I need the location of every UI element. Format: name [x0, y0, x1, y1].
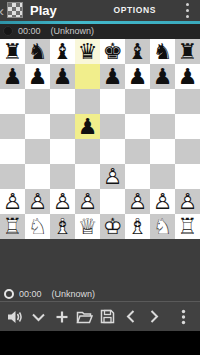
square-g5[interactable]: [150, 114, 175, 139]
piece-black-queen[interactable]: ♛: [75, 39, 100, 64]
piece-black-pawn[interactable]: ♟: [25, 64, 50, 89]
square-g4[interactable]: [150, 139, 175, 164]
chessboard-app-icon: [7, 2, 23, 18]
square-g7[interactable]: ♟: [150, 64, 175, 89]
square-b8[interactable]: ♞: [25, 39, 50, 64]
top-app-bar: ‹ Play OPTIONS: [0, 0, 200, 21]
square-e6[interactable]: [100, 89, 125, 114]
square-a8[interactable]: ♜: [0, 39, 25, 64]
piece-white-pawn[interactable]: ♟♙: [50, 189, 75, 214]
square-b7[interactable]: ♟: [25, 64, 50, 89]
app-screen: ‹ Play OPTIONS 00:00 (Unknown) ♜♞♝♛♚♝♞♜♟…: [0, 0, 200, 355]
piece-white-bishop[interactable]: ♝♗: [125, 214, 150, 239]
square-c2[interactable]: ♟♙: [50, 189, 75, 214]
menu-dots-icon: [181, 309, 186, 325]
square-a7[interactable]: ♟: [0, 64, 25, 89]
square-b1[interactable]: ♞♘: [25, 214, 50, 239]
white-player-color-icon: [4, 289, 14, 299]
piece-black-knight[interactable]: ♞: [150, 39, 175, 64]
black-player-name: (Unknown): [51, 26, 95, 36]
square-d8[interactable]: ♛: [75, 39, 100, 64]
square-h8[interactable]: ♜: [175, 39, 200, 64]
folder-open-icon: [76, 310, 93, 324]
square-c4[interactable]: [50, 139, 75, 164]
piece-black-pawn[interactable]: ♟: [150, 64, 175, 89]
sound-button[interactable]: [5, 305, 27, 329]
new-game-button[interactable]: [51, 305, 73, 329]
square-d1[interactable]: ♛♕: [75, 214, 100, 239]
white-player-bar: 00:00 (Unknown): [0, 287, 200, 301]
save-game-button[interactable]: [97, 305, 119, 329]
square-a6[interactable]: [0, 89, 25, 114]
square-c8[interactable]: ♝: [50, 39, 75, 64]
collapse-button[interactable]: [28, 305, 50, 329]
toolbar-menu-button[interactable]: [172, 305, 194, 329]
overflow-menu-icon[interactable]: [185, 3, 189, 18]
options-button[interactable]: OPTIONS: [114, 0, 156, 21]
piece-white-rook[interactable]: ♜♖: [0, 214, 25, 239]
square-h4[interactable]: [175, 139, 200, 164]
chess-board[interactable]: ♜♞♝♛♚♝♞♜♟♟♟♟♟♟♟♟♟♙♟♙♟♙♟♙♟♙♟♙♟♙♟♙♜♖♞♘♝♗♛♕…: [0, 39, 200, 239]
square-f7[interactable]: ♟: [125, 64, 150, 89]
square-h1[interactable]: ♜♖: [175, 214, 200, 239]
piece-black-knight[interactable]: ♞: [25, 39, 50, 64]
square-c1[interactable]: ♝♗: [50, 214, 75, 239]
square-d5[interactable]: ♟: [75, 114, 100, 139]
square-d7[interactable]: [75, 64, 100, 89]
black-player-bar: 00:00 (Unknown): [0, 24, 200, 40]
piece-black-pawn[interactable]: ♟: [175, 64, 200, 89]
piece-black-pawn[interactable]: ♟: [100, 64, 125, 89]
square-e7[interactable]: ♟: [100, 64, 125, 89]
square-b2[interactable]: ♟♙: [25, 189, 50, 214]
square-b5[interactable]: [25, 114, 50, 139]
square-f3[interactable]: [125, 164, 150, 189]
white-clock: 00:00: [19, 289, 42, 299]
square-e2[interactable]: [100, 189, 125, 214]
piece-black-bishop[interactable]: ♝: [50, 39, 75, 64]
square-g8[interactable]: ♞: [150, 39, 175, 64]
save-icon: [100, 309, 115, 324]
page-title: Play: [30, 0, 57, 21]
square-c7[interactable]: ♟: [50, 64, 75, 89]
square-a2[interactable]: ♟♙: [0, 189, 25, 214]
speaker-icon: [7, 309, 24, 325]
piece-white-queen[interactable]: ♛♕: [75, 214, 100, 239]
piece-black-bishop[interactable]: ♝: [125, 39, 150, 64]
piece-white-pawn[interactable]: ♟♙: [0, 189, 25, 214]
bottom-toolbar: [0, 301, 200, 331]
next-move-button[interactable]: [143, 305, 165, 329]
square-c3[interactable]: [50, 164, 75, 189]
plus-icon: [55, 310, 69, 324]
square-d6[interactable]: [75, 89, 100, 114]
piece-white-pawn[interactable]: ♟♙: [150, 189, 175, 214]
square-f4[interactable]: [125, 139, 150, 164]
piece-white-pawn[interactable]: ♟♙: [125, 189, 150, 214]
piece-white-pawn[interactable]: ♟♙: [75, 189, 100, 214]
square-h2[interactable]: ♟♙: [175, 189, 200, 214]
piece-black-pawn[interactable]: ♟: [0, 64, 25, 89]
piece-black-rook[interactable]: ♜: [0, 39, 25, 64]
square-e8[interactable]: ♚: [100, 39, 125, 64]
square-f8[interactable]: ♝: [125, 39, 150, 64]
square-g2[interactable]: ♟♙: [150, 189, 175, 214]
chevron-left-icon: [125, 309, 137, 324]
open-game-button[interactable]: [74, 305, 96, 329]
piece-white-pawn[interactable]: ♟♙: [100, 164, 125, 189]
square-f5[interactable]: [125, 114, 150, 139]
square-a4[interactable]: [0, 139, 25, 164]
square-e3[interactable]: ♟♙: [100, 164, 125, 189]
piece-white-pawn[interactable]: ♟♙: [25, 189, 50, 214]
system-nav-strip: [0, 331, 200, 355]
piece-black-king[interactable]: ♚: [100, 39, 125, 64]
piece-white-bishop[interactable]: ♝♗: [50, 214, 75, 239]
square-b4[interactable]: [25, 139, 50, 164]
square-b6[interactable]: [25, 89, 50, 114]
back-icon[interactable]: ‹: [0, 1, 4, 20]
square-c5[interactable]: [50, 114, 75, 139]
square-c6[interactable]: [50, 89, 75, 114]
square-d2[interactable]: ♟♙: [75, 189, 100, 214]
piece-black-pawn[interactable]: ♟: [75, 114, 100, 139]
piece-white-king[interactable]: ♚♔: [100, 214, 125, 239]
piece-white-knight[interactable]: ♞♘: [25, 214, 50, 239]
piece-white-knight[interactable]: ♞♘: [150, 214, 175, 239]
square-a3[interactable]: [0, 164, 25, 189]
square-h3[interactable]: [175, 164, 200, 189]
square-b3[interactable]: [25, 164, 50, 189]
black-player-color-icon: [3, 26, 13, 36]
piece-white-rook[interactable]: ♜♖: [175, 214, 200, 239]
square-g1[interactable]: ♞♘: [150, 214, 175, 239]
square-e5[interactable]: [100, 114, 125, 139]
black-clock: 00:00: [18, 26, 41, 36]
square-f6[interactable]: [125, 89, 150, 114]
square-h5[interactable]: [175, 114, 200, 139]
square-f1[interactable]: ♝♗: [125, 214, 150, 239]
square-e4[interactable]: [100, 139, 125, 164]
square-f2[interactable]: ♟♙: [125, 189, 150, 214]
previous-move-button[interactable]: [120, 305, 142, 329]
lower-background: [0, 239, 200, 287]
square-h6[interactable]: [175, 89, 200, 114]
white-player-name: (Unknown): [52, 289, 96, 299]
square-a1[interactable]: ♜♖: [0, 214, 25, 239]
square-g6[interactable]: [150, 89, 175, 114]
square-d3[interactable]: [75, 164, 100, 189]
square-e1[interactable]: ♚♔: [100, 214, 125, 239]
square-g3[interactable]: [150, 164, 175, 189]
piece-black-rook[interactable]: ♜: [175, 39, 200, 64]
chevron-right-icon: [148, 309, 160, 324]
square-a5[interactable]: [0, 114, 25, 139]
square-h7[interactable]: ♟: [175, 64, 200, 89]
piece-black-pawn[interactable]: ♟: [125, 64, 150, 89]
piece-black-pawn[interactable]: ♟: [50, 64, 75, 89]
piece-white-pawn[interactable]: ♟♙: [175, 189, 200, 214]
chevron-down-icon: [31, 310, 46, 324]
square-d4[interactable]: [75, 139, 100, 164]
